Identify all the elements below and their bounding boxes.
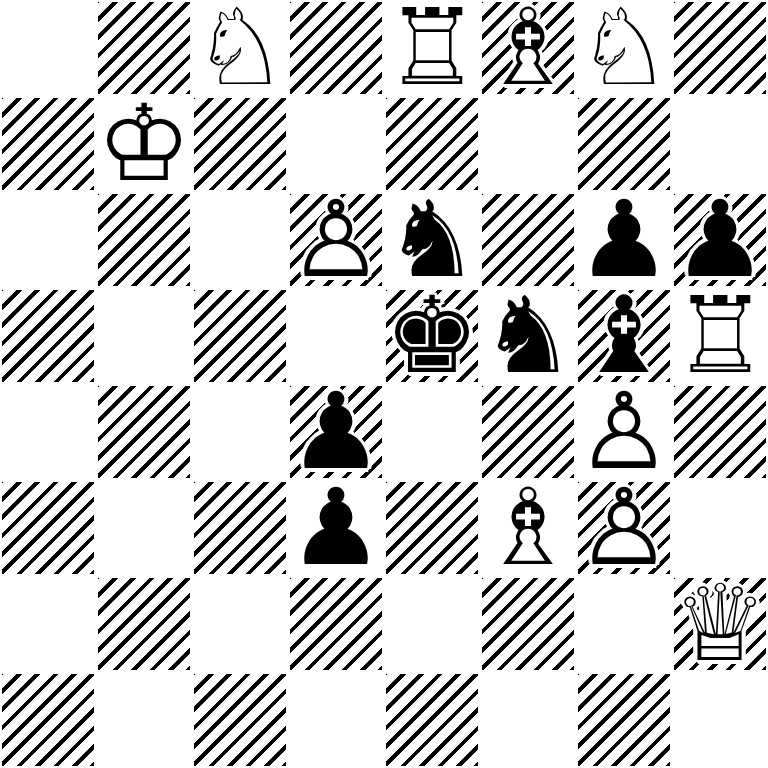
piece-white-rook[interactable]: ♜♖	[384, 0, 480, 96]
square-e3[interactable]	[384, 480, 480, 576]
piece-glyph: ♗	[480, 0, 576, 96]
square-f3[interactable]: ♝♗	[480, 480, 576, 576]
piece-white-pawn[interactable]: ♟♙	[288, 192, 384, 288]
square-b7[interactable]: ♚♔	[96, 96, 192, 192]
piece-black-pawn[interactable]: ♟♟	[288, 480, 384, 576]
square-a1[interactable]	[0, 672, 96, 768]
square-f2[interactable]	[480, 576, 576, 672]
square-c1[interactable]	[192, 672, 288, 768]
square-c2[interactable]	[192, 576, 288, 672]
piece-white-knight[interactable]: ♞♘	[576, 0, 672, 96]
piece-white-rook[interactable]: ♜♖	[672, 288, 768, 384]
square-c6[interactable]	[192, 192, 288, 288]
square-b6[interactable]	[96, 192, 192, 288]
square-g3[interactable]: ♟♙	[576, 480, 672, 576]
square-e1[interactable]	[384, 672, 480, 768]
piece-white-bishop[interactable]: ♝♗	[480, 0, 576, 96]
piece-glyph: ♞	[480, 288, 576, 384]
piece-black-knight[interactable]: ♞♞	[480, 288, 576, 384]
square-c3[interactable]	[192, 480, 288, 576]
square-a4[interactable]	[0, 384, 96, 480]
square-f1[interactable]	[480, 672, 576, 768]
square-d2[interactable]	[288, 576, 384, 672]
piece-glyph: ♖	[384, 0, 480, 96]
chess-board: ♞♘♜♖♝♗♞♘♚♔♟♙♞♞♟♟♟♟♚♚♞♞♝♝♜♖♟♟♟♙♟♟♝♗♟♙♛♕	[0, 0, 768, 768]
piece-white-knight[interactable]: ♞♘	[192, 0, 288, 96]
square-g2[interactable]	[576, 576, 672, 672]
piece-glyph: ♕	[672, 576, 768, 672]
piece-white-pawn[interactable]: ♟♙	[576, 480, 672, 576]
square-e8[interactable]: ♜♖	[384, 0, 480, 96]
square-h1[interactable]	[672, 672, 768, 768]
square-h4[interactable]	[672, 384, 768, 480]
square-c4[interactable]	[192, 384, 288, 480]
square-d8[interactable]	[288, 0, 384, 96]
square-b5[interactable]	[96, 288, 192, 384]
square-a6[interactable]	[0, 192, 96, 288]
square-b4[interactable]	[96, 384, 192, 480]
square-d1[interactable]	[288, 672, 384, 768]
square-f5[interactable]: ♞♞	[480, 288, 576, 384]
piece-glyph: ♙	[576, 480, 672, 576]
piece-glyph: ♚	[384, 288, 480, 384]
piece-glyph: ♟	[288, 480, 384, 576]
piece-white-king[interactable]: ♚♔	[96, 96, 192, 192]
piece-glyph: ♗	[480, 480, 576, 576]
square-a8[interactable]	[0, 0, 96, 96]
square-a3[interactable]	[0, 480, 96, 576]
square-e4[interactable]	[384, 384, 480, 480]
square-f8[interactable]: ♝♗	[480, 0, 576, 96]
square-b2[interactable]	[96, 576, 192, 672]
square-g1[interactable]	[576, 672, 672, 768]
square-d6[interactable]: ♟♙	[288, 192, 384, 288]
piece-glyph: ♙	[288, 192, 384, 288]
square-f7[interactable]	[480, 96, 576, 192]
piece-glyph: ♘	[192, 0, 288, 96]
piece-glyph: ♖	[672, 288, 768, 384]
square-b1[interactable]	[96, 672, 192, 768]
piece-black-king[interactable]: ♚♚	[384, 288, 480, 384]
square-a2[interactable]	[0, 576, 96, 672]
piece-glyph: ♘	[576, 0, 672, 96]
square-h5[interactable]: ♜♖	[672, 288, 768, 384]
piece-white-queen[interactable]: ♛♕	[672, 576, 768, 672]
piece-glyph: ♔	[96, 96, 192, 192]
square-d3[interactable]: ♟♟	[288, 480, 384, 576]
square-c7[interactable]	[192, 96, 288, 192]
piece-white-bishop[interactable]: ♝♗	[480, 480, 576, 576]
square-e5[interactable]: ♚♚	[384, 288, 480, 384]
square-b3[interactable]	[96, 480, 192, 576]
square-g8[interactable]: ♞♘	[576, 0, 672, 96]
square-a5[interactable]	[0, 288, 96, 384]
square-c5[interactable]	[192, 288, 288, 384]
square-a7[interactable]	[0, 96, 96, 192]
square-h2[interactable]: ♛♕	[672, 576, 768, 672]
square-c8[interactable]: ♞♘	[192, 0, 288, 96]
square-h8[interactable]	[672, 0, 768, 96]
square-e2[interactable]	[384, 576, 480, 672]
